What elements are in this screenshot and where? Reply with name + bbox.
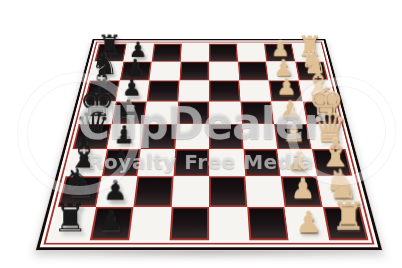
square-h6 [152,44,182,62]
square-b3 [245,176,285,206]
square-a3 [247,206,289,240]
square-b6 [133,176,173,206]
piece-white-pawn: ♟ [274,98,306,122]
square-a1: ♜ [322,206,368,240]
square-d1: ♛ [307,124,346,149]
square-a5 [169,206,209,240]
square-g4 [209,61,239,80]
piece-black-pawn: ♟ [92,206,128,235]
piece-black-pawn: ♟ [123,39,152,60]
square-c6 [137,149,175,176]
piece-black-bishop: ♝ [66,135,102,174]
square-a6 [129,206,171,240]
square-c1: ♝ [311,149,352,176]
square-d6 [141,124,177,149]
piece-white-pawn: ♟ [286,175,320,203]
square-g8: ♞ [90,61,123,80]
piece-white-rook: ♜ [295,32,324,60]
square-h3 [237,44,267,62]
square-d5 [175,124,209,149]
square-d7: ♟ [107,124,144,149]
square-h7: ♟ [123,44,154,62]
square-b2: ♟ [281,176,323,206]
piece-black-pawn: ♟ [113,97,142,121]
piece-white-pawn: ♟ [280,148,316,174]
square-f5 [178,80,209,101]
chessboard: ♜♟♟♜♞♟♟♞♝♟♟♝♚♟♟♚♛♟♟♛♝♟♟♝♞♟♟♞♜♟♟♜ [36,39,382,250]
piece-black-rook: ♜ [96,31,122,59]
square-g6 [149,61,180,80]
square-h2: ♟ [264,44,295,62]
square-g2: ♟ [266,61,298,80]
square-e5 [176,101,209,124]
square-g5 [179,61,209,80]
square-a8: ♜ [49,206,95,240]
square-a4 [209,206,249,240]
square-e7: ♟ [111,101,146,124]
piece-black-pawn: ♟ [116,77,147,100]
board-scene: ♜♟♟♜♞♟♟♞♝♟♟♝♚♟♟♚♛♟♟♛♝♟♟♝♞♟♟♞♜♟♟♜ [36,0,382,250]
square-g3 [238,61,269,80]
square-f3 [239,80,271,101]
square-f6 [147,80,179,101]
square-b8: ♞ [58,176,101,206]
piece-white-pawn: ♟ [267,38,293,59]
square-e1: ♚ [302,101,339,124]
square-h1: ♜ [292,44,324,62]
square-h4 [209,44,238,62]
piece-white-pawn: ♟ [288,208,328,237]
square-c8: ♝ [66,149,107,176]
square-e6 [144,101,178,124]
square-d4 [209,124,243,149]
square-c5 [173,149,209,176]
square-e4 [209,101,242,124]
square-h8: ♜ [95,44,127,62]
square-b7: ♟ [96,176,138,206]
square-e3 [240,101,274,124]
piece-black-pawn: ♟ [96,176,134,204]
square-f8: ♝ [84,80,119,101]
square-d2: ♟ [274,124,311,149]
chessboard-squares: ♜♟♟♜♞♟♟♞♝♟♟♝♚♟♟♚♛♟♟♛♝♟♟♝♞♟♟♞♜♟♟♜ [49,44,368,240]
piece-black-pawn: ♟ [107,122,141,147]
square-f7: ♟ [116,80,150,101]
square-b1: ♞ [317,176,360,206]
square-b5 [171,176,209,206]
stock-photo-stage: ♜♟♟♜♞♟♟♞♝♟♟♝♚♟♟♚♛♟♟♛♝♟♟♝♞♟♟♞♜♟♟♜ ClipDea… [0,0,402,268]
square-e2: ♟ [271,101,306,124]
piece-white-pawn: ♟ [279,120,310,145]
square-h5 [180,44,209,62]
square-c3 [243,149,281,176]
square-b4 [209,176,247,206]
square-a2: ♟ [285,206,329,240]
square-d8: ♛ [72,124,111,149]
square-c7: ♟ [101,149,140,176]
square-f2: ♟ [269,80,303,101]
piece-black-queen: ♛ [75,105,106,145]
square-c2: ♟ [277,149,316,176]
square-g1: ♞ [295,61,328,80]
square-a7: ♟ [89,206,133,240]
square-f4 [209,80,240,101]
square-e8: ♚ [79,101,116,124]
square-d3 [242,124,278,149]
square-c4 [209,149,245,176]
square-g7: ♟ [120,61,152,80]
square-f1: ♝ [298,80,333,101]
piece-black-pawn: ♟ [104,146,136,172]
